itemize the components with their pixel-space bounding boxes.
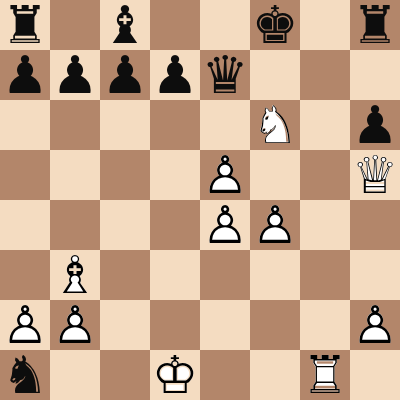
- square-h7[interactable]: [350, 50, 400, 100]
- square-a8[interactable]: ♜: [0, 0, 50, 50]
- piece-outline-glyph: ♙: [350, 300, 400, 350]
- square-f4[interactable]: ♟♙: [250, 200, 300, 250]
- piece-solid-glyph: ♝: [100, 0, 150, 50]
- square-g4[interactable]: [300, 200, 350, 250]
- square-g8[interactable]: [300, 0, 350, 50]
- piece-solid-glyph: ♟: [350, 100, 400, 150]
- piece-black-pawn[interactable]: ♟: [100, 50, 150, 100]
- square-f2[interactable]: [250, 300, 300, 350]
- square-c3[interactable]: [100, 250, 150, 300]
- square-d2[interactable]: [150, 300, 200, 350]
- piece-outline-glyph: ♖: [300, 350, 350, 400]
- piece-outline-glyph: ♙: [200, 150, 250, 200]
- square-g7[interactable]: [300, 50, 350, 100]
- piece-solid-glyph: ♟: [100, 50, 150, 100]
- square-a5[interactable]: [0, 150, 50, 200]
- chess-board: ♜♝♚♜♟♟♟♟♛♞♘♟♟♙♛♕♟♙♟♙♝♗♟♙♟♙♟♙♞♚♔♜♖: [0, 0, 400, 400]
- piece-white-bishop[interactable]: ♝♗: [50, 250, 100, 300]
- piece-white-queen[interactable]: ♛♕: [350, 150, 400, 200]
- square-a6[interactable]: [0, 100, 50, 150]
- piece-outline-glyph: ♙: [250, 200, 300, 250]
- piece-black-rook[interactable]: ♜: [350, 0, 400, 50]
- square-c2[interactable]: [100, 300, 150, 350]
- piece-white-knight[interactable]: ♞♘: [250, 100, 300, 150]
- square-e1[interactable]: [200, 350, 250, 400]
- piece-outline-glyph: ♗: [50, 250, 100, 300]
- piece-solid-glyph: ♛: [200, 50, 250, 100]
- piece-outline-glyph: ♘: [250, 100, 300, 150]
- square-d6[interactable]: [150, 100, 200, 150]
- square-a2[interactable]: ♟♙: [0, 300, 50, 350]
- square-d7[interactable]: ♟: [150, 50, 200, 100]
- square-b2[interactable]: ♟♙: [50, 300, 100, 350]
- piece-black-pawn[interactable]: ♟: [0, 50, 50, 100]
- square-d5[interactable]: [150, 150, 200, 200]
- piece-white-pawn[interactable]: ♟♙: [350, 300, 400, 350]
- square-b7[interactable]: ♟: [50, 50, 100, 100]
- piece-solid-glyph: ♟: [150, 50, 200, 100]
- square-g3[interactable]: [300, 250, 350, 300]
- piece-black-pawn[interactable]: ♟: [150, 50, 200, 100]
- piece-white-pawn[interactable]: ♟♙: [50, 300, 100, 350]
- square-h6[interactable]: ♟: [350, 100, 400, 150]
- piece-black-pawn[interactable]: ♟: [50, 50, 100, 100]
- square-f7[interactable]: [250, 50, 300, 100]
- square-a7[interactable]: ♟: [0, 50, 50, 100]
- square-h2[interactable]: ♟♙: [350, 300, 400, 350]
- square-h4[interactable]: [350, 200, 400, 250]
- piece-white-king[interactable]: ♚♔: [150, 350, 200, 400]
- square-e8[interactable]: [200, 0, 250, 50]
- square-e4[interactable]: ♟♙: [200, 200, 250, 250]
- square-h3[interactable]: [350, 250, 400, 300]
- square-e6[interactable]: [200, 100, 250, 150]
- square-h8[interactable]: ♜: [350, 0, 400, 50]
- square-a1[interactable]: ♞: [0, 350, 50, 400]
- square-e2[interactable]: [200, 300, 250, 350]
- piece-solid-glyph: ♜: [350, 0, 400, 50]
- square-f1[interactable]: [250, 350, 300, 400]
- square-c7[interactable]: ♟: [100, 50, 150, 100]
- square-b6[interactable]: [50, 100, 100, 150]
- square-c5[interactable]: [100, 150, 150, 200]
- piece-white-pawn[interactable]: ♟♙: [200, 150, 250, 200]
- square-f3[interactable]: [250, 250, 300, 300]
- piece-white-rook[interactable]: ♜♖: [300, 350, 350, 400]
- piece-black-bishop[interactable]: ♝: [100, 0, 150, 50]
- piece-black-rook[interactable]: ♜: [0, 0, 50, 50]
- square-a4[interactable]: [0, 200, 50, 250]
- square-a3[interactable]: [0, 250, 50, 300]
- square-b3[interactable]: ♝♗: [50, 250, 100, 300]
- square-f6[interactable]: ♞♘: [250, 100, 300, 150]
- piece-white-pawn[interactable]: ♟♙: [250, 200, 300, 250]
- square-c6[interactable]: [100, 100, 150, 150]
- piece-black-knight[interactable]: ♞: [0, 350, 50, 400]
- square-e5[interactable]: ♟♙: [200, 150, 250, 200]
- square-d4[interactable]: [150, 200, 200, 250]
- piece-white-pawn[interactable]: ♟♙: [200, 200, 250, 250]
- piece-black-pawn[interactable]: ♟: [350, 100, 400, 150]
- square-b8[interactable]: [50, 0, 100, 50]
- square-c4[interactable]: [100, 200, 150, 250]
- piece-outline-glyph: ♔: [150, 350, 200, 400]
- square-e3[interactable]: [200, 250, 250, 300]
- piece-solid-glyph: ♞: [0, 350, 50, 400]
- square-g6[interactable]: [300, 100, 350, 150]
- piece-white-pawn[interactable]: ♟♙: [0, 300, 50, 350]
- square-e7[interactable]: ♛: [200, 50, 250, 100]
- square-c1[interactable]: [100, 350, 150, 400]
- piece-outline-glyph: ♙: [200, 200, 250, 250]
- piece-solid-glyph: ♚: [250, 0, 300, 50]
- square-g5[interactable]: [300, 150, 350, 200]
- square-f5[interactable]: [250, 150, 300, 200]
- square-c8[interactable]: ♝: [100, 0, 150, 50]
- square-h1[interactable]: [350, 350, 400, 400]
- square-b5[interactable]: [50, 150, 100, 200]
- square-d1[interactable]: ♚♔: [150, 350, 200, 400]
- square-h5[interactable]: ♛♕: [350, 150, 400, 200]
- piece-outline-glyph: ♙: [0, 300, 50, 350]
- piece-black-king[interactable]: ♚: [250, 0, 300, 50]
- square-b4[interactable]: [50, 200, 100, 250]
- piece-solid-glyph: ♜: [0, 0, 50, 50]
- piece-outline-glyph: ♙: [50, 300, 100, 350]
- square-d8[interactable]: [150, 0, 200, 50]
- piece-solid-glyph: ♟: [0, 50, 50, 100]
- square-g1[interactable]: ♜♖: [300, 350, 350, 400]
- square-d3[interactable]: [150, 250, 200, 300]
- piece-outline-glyph: ♕: [350, 150, 400, 200]
- square-g2[interactable]: [300, 300, 350, 350]
- square-f8[interactable]: ♚: [250, 0, 300, 50]
- piece-solid-glyph: ♟: [50, 50, 100, 100]
- square-b1[interactable]: [50, 350, 100, 400]
- piece-black-queen[interactable]: ♛: [200, 50, 250, 100]
